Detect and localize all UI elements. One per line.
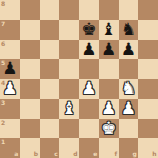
square-e7[interactable]: ♚ [79,20,99,40]
rank-label-6: 6 [1,41,5,47]
file-label-f: f [114,151,117,157]
square-b8[interactable] [20,0,40,20]
square-e1[interactable]: e [79,138,99,158]
square-g5[interactable] [119,59,139,79]
white-bishop-piece[interactable]: ♝ [62,99,77,118]
square-c1[interactable]: c [40,138,60,158]
square-e3[interactable] [79,99,99,119]
square-h4[interactable] [138,79,158,99]
square-a5[interactable]: 5♟ [0,59,20,79]
square-a8[interactable]: 8 [0,0,20,20]
rank-label-1: 1 [1,139,5,145]
square-f5[interactable] [99,59,119,79]
square-a6[interactable]: 6 [0,40,20,60]
square-b2[interactable] [20,119,40,139]
square-e5[interactable] [79,59,99,79]
black-pawn-piece[interactable]: ♟ [2,59,17,78]
square-g7[interactable]: ♞ [119,20,139,40]
square-g3[interactable]: ♟ [119,99,139,119]
black-king-piece[interactable]: ♚ [81,20,96,39]
black-bishop-piece[interactable]: ♝ [101,20,116,39]
file-label-g: g [132,151,136,157]
file-label-b: b [34,151,38,157]
square-d7[interactable] [59,20,79,40]
square-c3[interactable] [40,99,60,119]
square-h7[interactable] [138,20,158,40]
square-h6[interactable] [138,40,158,60]
square-h8[interactable] [138,0,158,20]
square-f4[interactable] [99,79,119,99]
square-a3[interactable]: 3 [0,99,20,119]
square-c8[interactable] [40,0,60,20]
black-knight-piece[interactable]: ♞ [121,20,136,39]
square-b1[interactable]: b [20,138,40,158]
rank-label-3: 3 [1,100,5,106]
rank-label-2: 2 [1,120,5,126]
square-c5[interactable] [40,59,60,79]
rank-label-7: 7 [1,21,5,27]
square-b6[interactable] [20,40,40,60]
white-knight-piece[interactable]: ♞ [121,79,136,98]
square-b5[interactable] [20,59,40,79]
square-f1[interactable]: f [99,138,119,158]
square-e6[interactable]: ♟ [79,40,99,60]
square-a1[interactable]: 1a [0,138,20,158]
chess-board: 87♚♝♞6♟♟♟5♟4♟♟♞3♝♟♟2♚1abcdefgh [0,0,158,158]
white-king-piece[interactable]: ♚ [101,119,116,138]
white-pawn-piece[interactable]: ♟ [2,79,17,98]
square-d8[interactable] [59,0,79,20]
square-a7[interactable]: 7 [0,20,20,40]
square-a4[interactable]: 4♟ [0,79,20,99]
chess-board-container: 87♚♝♞6♟♟♟5♟4♟♟♞3♝♟♟2♚1abcdefgh [0,0,158,158]
square-h5[interactable] [138,59,158,79]
square-d5[interactable] [59,59,79,79]
square-c6[interactable] [40,40,60,60]
square-e4[interactable]: ♟ [79,79,99,99]
square-c2[interactable] [40,119,60,139]
square-c4[interactable] [40,79,60,99]
square-e8[interactable] [79,0,99,20]
square-h1[interactable]: h [138,138,158,158]
white-pawn-piece[interactable]: ♟ [101,99,116,118]
square-d2[interactable] [59,119,79,139]
square-f6[interactable]: ♟ [99,40,119,60]
file-label-a: a [14,151,18,157]
white-pawn-piece[interactable]: ♟ [121,99,136,118]
square-d1[interactable]: d [59,138,79,158]
square-g6[interactable]: ♟ [119,40,139,60]
black-pawn-piece[interactable]: ♟ [81,40,96,59]
file-label-h: h [152,151,156,157]
square-f3[interactable]: ♟ [99,99,119,119]
square-g1[interactable]: g [119,138,139,158]
square-h2[interactable] [138,119,158,139]
square-h3[interactable] [138,99,158,119]
square-c7[interactable] [40,20,60,40]
square-g2[interactable] [119,119,139,139]
square-b4[interactable] [20,79,40,99]
square-d4[interactable] [59,79,79,99]
file-label-e: e [93,151,97,157]
square-g4[interactable]: ♞ [119,79,139,99]
file-label-d: d [73,151,77,157]
square-f7[interactable]: ♝ [99,20,119,40]
square-a2[interactable]: 2 [0,119,20,139]
square-g8[interactable] [119,0,139,20]
square-f8[interactable] [99,0,119,20]
black-pawn-piece[interactable]: ♟ [101,40,116,59]
rank-label-8: 8 [1,1,5,7]
square-d6[interactable] [59,40,79,60]
square-d3[interactable]: ♝ [59,99,79,119]
square-b7[interactable] [20,20,40,40]
square-f2[interactable]: ♚ [99,119,119,139]
square-e2[interactable] [79,119,99,139]
square-b3[interactable] [20,99,40,119]
white-pawn-piece[interactable]: ♟ [81,79,96,98]
black-pawn-piece[interactable]: ♟ [121,40,136,59]
file-label-c: c [54,151,58,157]
